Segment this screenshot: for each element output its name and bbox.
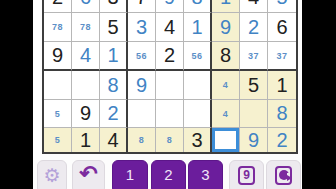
- undo-button[interactable]: ↶: [72, 160, 105, 189]
- circular-arrow-icon: [275, 166, 292, 185]
- cell-r9c3[interactable]: 4: [100, 128, 128, 152]
- cell-r4c7[interactable]: 1: [212, 0, 240, 13]
- cell-r7c1[interactable]: [44, 71, 72, 100]
- cell-r4c4[interactable]: 7: [128, 0, 156, 13]
- cell-r4c5[interactable]: 9: [156, 0, 184, 13]
- cell-r8c9[interactable]: 8: [268, 100, 296, 128]
- cell-r6c3[interactable]: 1: [100, 42, 128, 71]
- cell-r9c6[interactable]: 3: [184, 128, 212, 152]
- cell-r6c5[interactable]: 2: [156, 42, 184, 71]
- cell-r8c1[interactable]: 5: [44, 100, 72, 128]
- app-screenshot: { "game": "sudoku", "position": { "visib…: [0, 0, 336, 189]
- cell-r6c7[interactable]: 8: [212, 42, 240, 71]
- cell-r9c7[interactable]: [212, 128, 240, 152]
- cell-r5c6[interactable]: 1: [184, 13, 212, 42]
- cell-r8c7[interactable]: 4: [212, 100, 240, 128]
- cell-r9c2[interactable]: 1: [72, 128, 100, 152]
- cell-r4c3[interactable]: 3: [100, 0, 128, 13]
- cell-r6c4[interactable]: 56: [128, 42, 156, 71]
- cell-r7c8[interactable]: 5: [240, 71, 268, 100]
- cell-r4c2[interactable]: 6: [72, 0, 100, 13]
- number-2-button[interactable]: 2: [151, 160, 186, 189]
- cell-r4c1[interactable]: 2: [44, 0, 72, 13]
- settings-button[interactable]: ⚙: [37, 160, 67, 189]
- cell-r5c1[interactable]: 78: [44, 13, 72, 42]
- undo-arrow-icon: ↶: [79, 163, 97, 185]
- cell-r9c5[interactable]: 8: [156, 128, 184, 152]
- cell-r5c8[interactable]: 2: [240, 13, 268, 42]
- cell-r7c9[interactable]: 1: [268, 71, 296, 100]
- cell-r6c1[interactable]: 9: [44, 42, 72, 71]
- cell-r5c3[interactable]: 5: [100, 13, 128, 42]
- cell-r4c6[interactable]: 8: [184, 0, 212, 13]
- cell-r5c2[interactable]: 78: [72, 13, 100, 42]
- cell-r9c4[interactable]: 8: [128, 128, 156, 152]
- cell-r6c6[interactable]: 56: [184, 42, 212, 71]
- cell-r8c2[interactable]: 9: [72, 100, 100, 128]
- cell-r7c7[interactable]: 4: [212, 71, 240, 100]
- cell-r5c7[interactable]: 9: [212, 13, 240, 42]
- cell-r8c6[interactable]: [184, 100, 212, 128]
- nine-in-box-icon: 9: [238, 166, 255, 185]
- cell-r7c3[interactable]: 8: [100, 71, 128, 100]
- cell-r8c8[interactable]: [240, 100, 268, 128]
- redo-boxed-button[interactable]: [266, 160, 301, 189]
- number-1-button[interactable]: 1: [112, 160, 148, 189]
- cell-r5c5[interactable]: 4: [156, 13, 184, 42]
- number-9-boxed-button[interactable]: 9: [229, 160, 264, 189]
- cell-r9c1[interactable]: 5: [44, 128, 72, 152]
- cell-r6c2[interactable]: 4: [72, 42, 100, 71]
- cell-r7c5[interactable]: [156, 71, 184, 100]
- cell-r9c8[interactable]: 9: [240, 128, 268, 152]
- sudoku-board: 2637981457878534192694156256837378945159…: [42, 0, 298, 154]
- cell-r5c9[interactable]: 6: [268, 13, 296, 42]
- cell-r9c9[interactable]: 2: [268, 128, 296, 152]
- cell-r6c9[interactable]: 37: [268, 42, 296, 71]
- cell-r4c9[interactable]: 5: [268, 0, 296, 13]
- cell-r7c4[interactable]: 9: [128, 71, 156, 100]
- cell-r8c4[interactable]: [128, 100, 156, 128]
- cell-r4c8[interactable]: 4: [240, 0, 268, 13]
- cell-r7c2[interactable]: [72, 71, 100, 100]
- cell-r8c3[interactable]: 2: [100, 100, 128, 128]
- cell-r5c4[interactable]: 3: [128, 13, 156, 42]
- cell-r8c5[interactable]: [156, 100, 184, 128]
- cell-r7c6[interactable]: [184, 71, 212, 100]
- number-3-button[interactable]: 3: [188, 160, 223, 189]
- app-screen: 2637981457878534192694156256837378945159…: [33, 0, 302, 189]
- gear-icon: ⚙: [43, 166, 60, 185]
- cell-r6c8[interactable]: 37: [240, 42, 268, 71]
